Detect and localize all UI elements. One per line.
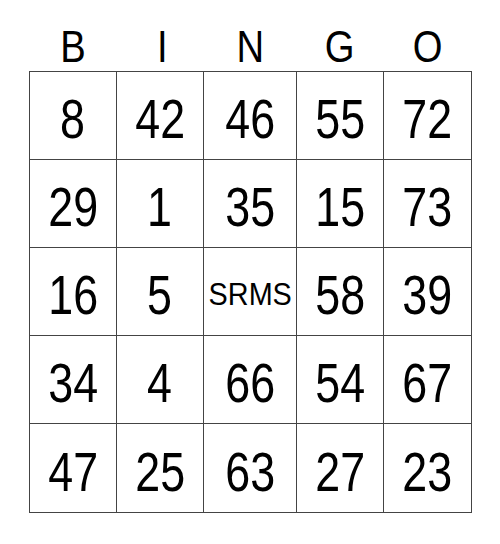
bingo-cell[interactable]: 47 [30, 424, 117, 512]
free-space-label: SRMS [208, 276, 291, 313]
cell-value: 4 [147, 350, 172, 415]
header-letter-n: N [206, 0, 295, 71]
bingo-cell[interactable]: 35 [204, 160, 297, 248]
header-letter-g: G [295, 0, 384, 71]
bingo-card: B I N G O 8 42 46 55 72 29 1 35 15 73 16… [0, 0, 500, 544]
free-space-cell[interactable]: SRMS [204, 248, 297, 336]
bingo-cell[interactable]: 15 [297, 160, 384, 248]
cell-value: 73 [403, 174, 453, 239]
bingo-cell[interactable]: 4 [117, 336, 204, 424]
bingo-cell[interactable]: 1 [117, 160, 204, 248]
header-letter-o-label: O [413, 22, 443, 72]
header-letter-n-label: N [237, 22, 265, 72]
cell-value: 23 [403, 439, 453, 504]
header-letter-i-label: I [157, 22, 168, 72]
bingo-header: B I N G O [29, 0, 472, 71]
header-letter-g-label: G [324, 22, 354, 72]
cell-value: 66 [225, 350, 275, 415]
bingo-cell[interactable]: 46 [204, 72, 297, 160]
bingo-cell[interactable]: 54 [297, 336, 384, 424]
bingo-cell[interactable]: 5 [117, 248, 204, 336]
header-letter-o: O [383, 0, 472, 71]
header-letter-b: B [29, 0, 118, 71]
cell-value: 46 [225, 86, 275, 151]
header-letter-i: I [118, 0, 207, 71]
bingo-cell[interactable]: 27 [297, 424, 384, 512]
bingo-cell[interactable]: 73 [384, 160, 471, 248]
cell-value: 29 [48, 174, 98, 239]
cell-value: 58 [315, 262, 365, 327]
bingo-cell[interactable]: 72 [384, 72, 471, 160]
cell-value: 39 [403, 262, 453, 327]
cell-value: 5 [147, 262, 172, 327]
cell-value: 63 [225, 439, 275, 504]
bingo-cell[interactable]: 42 [117, 72, 204, 160]
cell-value: 42 [135, 86, 185, 151]
cell-value: 72 [403, 86, 453, 151]
cell-value: 27 [315, 439, 365, 504]
bingo-cell[interactable]: 8 [30, 72, 117, 160]
bingo-cell[interactable]: 16 [30, 248, 117, 336]
cell-value: 47 [48, 439, 98, 504]
cell-value: 16 [48, 262, 98, 327]
cell-value: 34 [48, 350, 98, 415]
cell-value: 1 [147, 174, 172, 239]
cell-value: 54 [315, 350, 365, 415]
cell-value: 25 [135, 439, 185, 504]
bingo-cell[interactable]: 29 [30, 160, 117, 248]
bingo-cell[interactable]: 55 [297, 72, 384, 160]
bingo-cell[interactable]: 63 [204, 424, 297, 512]
bingo-cell[interactable]: 23 [384, 424, 471, 512]
cell-value: 55 [315, 86, 365, 151]
cell-value: 8 [60, 86, 85, 151]
bingo-cell[interactable]: 66 [204, 336, 297, 424]
bingo-grid: 8 42 46 55 72 29 1 35 15 73 16 5 SRMS 58… [29, 71, 472, 513]
header-letter-b-label: B [61, 22, 87, 72]
bingo-cell[interactable]: 25 [117, 424, 204, 512]
bingo-cell[interactable]: 58 [297, 248, 384, 336]
bingo-cell[interactable]: 39 [384, 248, 471, 336]
cell-value: 15 [315, 174, 365, 239]
cell-value: 35 [225, 174, 275, 239]
bingo-cell[interactable]: 34 [30, 336, 117, 424]
bingo-cell[interactable]: 67 [384, 336, 471, 424]
cell-value: 67 [403, 350, 453, 415]
